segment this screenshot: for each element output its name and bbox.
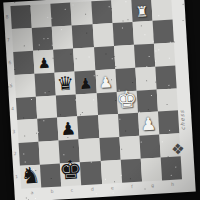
photo-frame: ♜♟♛♟♟♚♟♟♞♚ chess ❖ abcdefgh87654321	[0, 0, 200, 200]
noise-speckle	[14, 2, 15, 3]
noise-speckle	[14, 69, 15, 70]
noise-speckle	[67, 137, 68, 138]
noise-speckle	[120, 94, 121, 95]
noise-speckle	[146, 80, 147, 81]
square-e3[interactable]	[98, 114, 119, 138]
square-e4[interactable]	[96, 91, 117, 115]
noise-speckle	[93, 99, 94, 100]
noise-speckle	[182, 147, 183, 148]
noise-speckle	[25, 161, 26, 162]
square-h5[interactable]	[155, 65, 176, 89]
square-g2[interactable]	[139, 135, 160, 159]
noise-speckle	[130, 100, 131, 101]
square-a7[interactable]	[12, 28, 33, 52]
square-d6[interactable]	[73, 47, 94, 71]
square-c1[interactable]	[60, 162, 81, 186]
noise-speckle	[38, 132, 39, 133]
square-a2[interactable]	[19, 142, 40, 166]
noise-speckle	[170, 41, 171, 42]
noise-speckle	[119, 119, 120, 120]
noise-speckle	[45, 64, 46, 65]
square-c8[interactable]	[51, 3, 72, 27]
noise-speckle	[8, 86, 9, 87]
noise-speckle	[39, 44, 40, 45]
rank-label-1: 1	[15, 175, 18, 180]
square-b6[interactable]	[33, 49, 54, 73]
square-a3[interactable]	[17, 119, 38, 143]
noise-speckle	[144, 188, 145, 189]
noise-speckle	[33, 169, 34, 170]
noise-speckle	[179, 153, 180, 154]
noise-speckle	[44, 120, 45, 121]
square-e8[interactable]	[91, 0, 112, 24]
noise-speckle	[139, 111, 140, 112]
noise-speckle	[106, 53, 107, 54]
noise-speckle	[150, 95, 151, 96]
noise-speckle	[114, 182, 115, 183]
square-h6[interactable]	[154, 42, 175, 66]
noise-speckle	[39, 120, 40, 121]
noise-speckle	[167, 104, 168, 105]
noise-speckle	[141, 142, 142, 143]
noise-speckle	[155, 51, 156, 52]
noise-speckle	[125, 131, 126, 132]
chess-board: ♜♟♛♟♟♚♟♟♞♚ chess ❖ abcdefgh87654321	[3, 0, 196, 200]
noise-speckle	[121, 148, 122, 149]
file-label-b: b	[51, 190, 54, 195]
rank-label-3: 3	[12, 130, 15, 135]
noise-speckle	[94, 76, 95, 77]
square-a4[interactable]	[16, 96, 37, 120]
file-label-h: h	[171, 183, 174, 188]
noise-speckle	[86, 32, 87, 33]
noise-speckle	[170, 175, 171, 176]
noise-speckle	[148, 109, 149, 110]
noise-speckle	[73, 147, 74, 148]
noise-speckle	[137, 7, 138, 8]
file-label-a: a	[31, 191, 34, 196]
noise-speckle	[96, 193, 97, 194]
square-d1[interactable]	[80, 161, 101, 185]
square-h1[interactable]	[161, 156, 182, 180]
square-b4[interactable]	[36, 95, 57, 119]
square-a1[interactable]	[20, 165, 41, 189]
noise-speckle	[111, 8, 112, 9]
noise-speckle	[73, 4, 74, 5]
rank-label-7: 7	[7, 38, 10, 43]
noise-speckle	[155, 82, 156, 83]
noise-speckle	[144, 34, 145, 35]
noise-speckle	[61, 29, 62, 30]
file-label-d: d	[91, 188, 94, 193]
noise-speckle	[10, 83, 11, 84]
noise-speckle	[132, 82, 133, 83]
noise-speckle	[169, 130, 170, 131]
rank-label-8: 8	[6, 15, 9, 20]
noise-speckle	[149, 56, 150, 57]
noise-speckle	[126, 2, 127, 3]
square-g6[interactable]	[134, 43, 155, 67]
noise-speckle	[35, 170, 36, 171]
noise-speckle	[127, 19, 128, 20]
noise-speckle	[70, 53, 71, 54]
square-d2[interactable]	[79, 138, 100, 162]
noise-speckle	[65, 9, 66, 10]
noise-speckle	[114, 56, 115, 57]
noise-speckle	[112, 193, 113, 194]
square-h4[interactable]	[157, 88, 178, 112]
square-c5[interactable]	[55, 71, 76, 95]
noise-speckle	[170, 87, 171, 88]
noise-speckle	[85, 13, 86, 14]
square-h8[interactable]	[151, 0, 172, 21]
noise-speckle	[88, 56, 89, 57]
square-e5[interactable]	[95, 69, 116, 93]
noise-speckle	[141, 26, 142, 27]
noise-speckle	[153, 41, 154, 42]
square-d8[interactable]	[71, 1, 92, 25]
noise-speckle	[111, 79, 112, 80]
square-g3[interactable]	[138, 112, 159, 136]
square-f6[interactable]	[114, 45, 135, 69]
noise-speckle	[52, 45, 53, 46]
noise-speckle	[116, 100, 117, 101]
noise-speckle	[168, 85, 169, 86]
square-d7[interactable]	[72, 24, 93, 48]
brand-emblem-icon: ❖	[171, 142, 185, 158]
noise-speckle	[75, 100, 76, 101]
noise-speckle	[109, 6, 110, 7]
square-a5[interactable]	[15, 73, 36, 97]
square-e1[interactable]	[100, 160, 121, 184]
board-grid	[10, 0, 182, 189]
square-h7[interactable]	[152, 19, 173, 43]
noise-speckle	[47, 17, 48, 18]
rank-label-2: 2	[14, 152, 17, 157]
noise-speckle	[52, 58, 53, 59]
noise-speckle	[24, 153, 25, 154]
square-f8[interactable]	[111, 0, 132, 23]
noise-speckle	[51, 18, 52, 19]
noise-speckle	[175, 167, 176, 168]
square-b1[interactable]	[40, 164, 61, 188]
square-c7[interactable]	[52, 25, 73, 49]
noise-speckle	[80, 114, 81, 115]
square-e2[interactable]	[99, 137, 120, 161]
noise-speckle	[120, 175, 121, 176]
noise-speckle	[67, 166, 68, 167]
square-g8[interactable]	[131, 0, 152, 22]
noise-speckle	[158, 15, 159, 16]
square-g5[interactable]	[135, 66, 156, 90]
noise-speckle	[23, 118, 24, 119]
noise-speckle	[50, 178, 51, 179]
noise-speckle	[119, 90, 120, 91]
noise-speckle	[168, 156, 169, 157]
square-c6[interactable]	[53, 48, 74, 72]
square-d4[interactable]	[76, 93, 97, 117]
square-f3[interactable]	[118, 113, 139, 137]
noise-speckle	[82, 112, 83, 113]
noise-speckle	[130, 178, 131, 179]
noise-speckle	[169, 57, 170, 58]
noise-speckle	[36, 132, 37, 133]
noise-speckle	[39, 49, 40, 50]
square-b2[interactable]	[39, 141, 60, 165]
square-h3[interactable]	[158, 111, 179, 135]
square-a8[interactable]	[10, 5, 31, 29]
square-e7[interactable]	[92, 23, 113, 47]
rank-label-4: 4	[11, 107, 14, 112]
noise-speckle	[48, 91, 49, 92]
square-c2[interactable]	[59, 140, 80, 164]
square-g7[interactable]	[132, 21, 153, 45]
square-f1[interactable]	[120, 159, 141, 183]
noise-speckle	[91, 162, 92, 163]
file-label-g: g	[151, 184, 154, 189]
noise-speckle	[182, 4, 183, 5]
noise-speckle	[63, 154, 64, 155]
square-f5[interactable]	[115, 67, 136, 91]
noise-speckle	[97, 76, 98, 77]
noise-speckle	[60, 114, 61, 115]
noise-speckle	[30, 6, 31, 7]
rank-label-5: 5	[10, 84, 13, 89]
noise-speckle	[123, 20, 124, 21]
noise-speckle	[122, 28, 123, 29]
noise-speckle	[26, 198, 27, 199]
noise-speckle	[23, 45, 24, 46]
square-g1[interactable]	[140, 158, 161, 182]
noise-speckle	[147, 67, 148, 68]
noise-speckle	[45, 92, 46, 93]
noise-speckle	[34, 198, 35, 199]
rank-label-6: 6	[8, 61, 11, 66]
noise-speckle	[115, 66, 116, 67]
noise-speckle	[47, 38, 48, 39]
square-b3[interactable]	[37, 118, 58, 142]
noise-speckle	[158, 50, 159, 51]
noise-speckle	[155, 60, 156, 61]
square-d5[interactable]	[75, 70, 96, 94]
square-f7[interactable]	[112, 22, 133, 46]
square-a6[interactable]	[13, 51, 34, 75]
square-b8[interactable]	[31, 4, 52, 28]
noise-speckle	[31, 99, 32, 100]
noise-speckle	[174, 42, 175, 43]
file-label-c: c	[71, 189, 74, 194]
noise-speckle	[76, 58, 77, 59]
noise-speckle	[183, 20, 184, 21]
noise-speckle	[105, 179, 106, 180]
file-label-f: f	[131, 185, 133, 190]
noise-speckle	[111, 58, 112, 59]
noise-speckle	[43, 39, 44, 40]
file-label-e: e	[111, 186, 114, 191]
noise-speckle	[162, 141, 163, 142]
square-d3[interactable]	[78, 116, 99, 140]
noise-speckle	[24, 136, 25, 137]
